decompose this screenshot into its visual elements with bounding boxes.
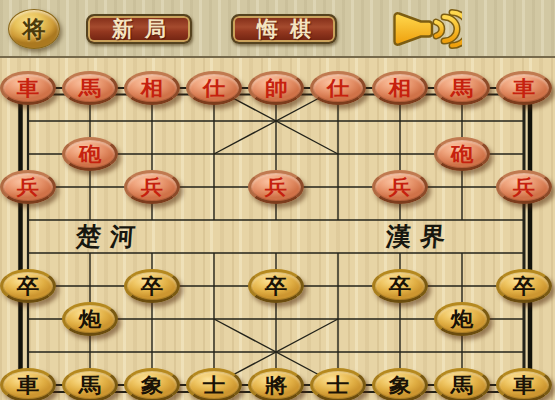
piece-red-車[interactable]: 車 xyxy=(496,71,552,105)
sound-speaker-icon[interactable] xyxy=(388,9,462,49)
piece-red-兵[interactable]: 兵 xyxy=(372,170,428,204)
piece-character: 士 xyxy=(327,375,349,395)
piece-character: 馬 xyxy=(451,78,473,98)
coin-character: 将 xyxy=(23,18,46,41)
piece-black-士[interactable]: 士 xyxy=(310,368,366,400)
piece-character: 卒 xyxy=(17,276,39,296)
piece-character: 砲 xyxy=(451,144,473,164)
piece-character: 兵 xyxy=(17,177,39,197)
piece-black-象[interactable]: 象 xyxy=(124,368,180,400)
piece-red-兵[interactable]: 兵 xyxy=(496,170,552,204)
piece-character: 士 xyxy=(203,375,225,395)
piece-red-車[interactable]: 車 xyxy=(0,71,56,105)
piece-black-炮[interactable]: 炮 xyxy=(62,302,118,336)
piece-character: 象 xyxy=(141,375,163,395)
piece-black-馬[interactable]: 馬 xyxy=(434,368,490,400)
speaker-horn xyxy=(394,13,432,45)
piece-character: 兵 xyxy=(389,177,411,197)
piece-character: 象 xyxy=(389,375,411,395)
piece-character: 相 xyxy=(389,78,411,98)
piece-black-車[interactable]: 車 xyxy=(0,368,56,400)
piece-black-卒[interactable]: 卒 xyxy=(124,269,180,303)
piece-character: 馬 xyxy=(451,375,473,395)
piece-red-馬[interactable]: 馬 xyxy=(62,71,118,105)
undo-move-button[interactable]: 悔棋 xyxy=(231,14,337,44)
piece-character: 兵 xyxy=(513,177,535,197)
piece-character: 兵 xyxy=(141,177,163,197)
app-logo-coin-icon: 将 xyxy=(8,9,60,49)
piece-black-車[interactable]: 車 xyxy=(496,368,552,400)
piece-character: 車 xyxy=(513,78,535,98)
river-text-left: 楚河 xyxy=(75,224,145,249)
piece-character: 卒 xyxy=(389,276,411,296)
piece-black-卒[interactable]: 卒 xyxy=(372,269,428,303)
xiangqi-app: 将 新局 悔棋 楚河 漢界 車馬相仕帥仕相馬車砲砲兵兵兵兵兵卒卒卒卒卒炮炮車馬象… xyxy=(0,0,555,400)
piece-character: 仕 xyxy=(327,78,349,98)
piece-red-馬[interactable]: 馬 xyxy=(434,71,490,105)
piece-character: 炮 xyxy=(451,309,473,329)
piece-character: 馬 xyxy=(79,78,101,98)
piece-red-帥[interactable]: 帥 xyxy=(248,71,304,105)
new-game-button[interactable]: 新局 xyxy=(86,14,192,44)
piece-black-卒[interactable]: 卒 xyxy=(0,269,56,303)
piece-character: 馬 xyxy=(79,375,101,395)
piece-red-仕[interactable]: 仕 xyxy=(186,71,242,105)
piece-black-將[interactable]: 將 xyxy=(248,368,304,400)
piece-red-仕[interactable]: 仕 xyxy=(310,71,366,105)
piece-red-砲[interactable]: 砲 xyxy=(434,137,490,171)
piece-red-兵[interactable]: 兵 xyxy=(124,170,180,204)
toolbar: 将 新局 悔棋 xyxy=(0,0,555,58)
piece-black-卒[interactable]: 卒 xyxy=(496,269,552,303)
piece-black-象[interactable]: 象 xyxy=(372,368,428,400)
piece-character: 卒 xyxy=(141,276,163,296)
piece-character: 兵 xyxy=(265,177,287,197)
piece-red-砲[interactable]: 砲 xyxy=(62,137,118,171)
piece-black-卒[interactable]: 卒 xyxy=(248,269,304,303)
river-text-right: 漢界 xyxy=(385,224,455,249)
piece-black-士[interactable]: 士 xyxy=(186,368,242,400)
piece-character: 車 xyxy=(513,375,535,395)
piece-red-兵[interactable]: 兵 xyxy=(248,170,304,204)
piece-character: 卒 xyxy=(513,276,535,296)
piece-character: 炮 xyxy=(79,309,101,329)
piece-red-相[interactable]: 相 xyxy=(124,71,180,105)
piece-character: 車 xyxy=(17,375,39,395)
piece-black-炮[interactable]: 炮 xyxy=(434,302,490,336)
piece-character: 砲 xyxy=(79,144,101,164)
piece-character: 帥 xyxy=(265,78,287,98)
piece-red-兵[interactable]: 兵 xyxy=(0,170,56,204)
piece-character: 相 xyxy=(141,78,163,98)
piece-red-相[interactable]: 相 xyxy=(372,71,428,105)
piece-character: 仕 xyxy=(203,78,225,98)
piece-character: 將 xyxy=(265,375,287,395)
piece-character: 卒 xyxy=(265,276,287,296)
piece-character: 車 xyxy=(17,78,39,98)
piece-black-馬[interactable]: 馬 xyxy=(62,368,118,400)
